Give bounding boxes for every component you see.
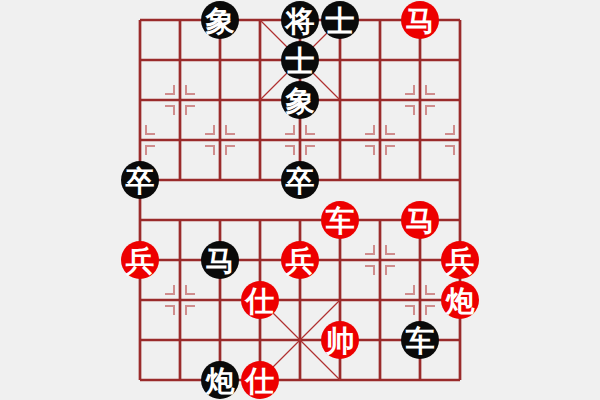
- piece-glyph: 马: [406, 207, 435, 236]
- piece-red-chariot[interactable]: 车: [321, 201, 359, 239]
- piece-glyph: 卒: [286, 167, 315, 196]
- piece-black-chariot[interactable]: 车: [401, 321, 439, 359]
- piece-red-advisor[interactable]: 仕: [241, 281, 279, 319]
- piece-glyph: 士: [286, 47, 315, 76]
- piece-red-soldier[interactable]: 兵: [281, 241, 319, 279]
- board[interactable]: 象将士马士象卒卒车马兵马兵兵仕炮帅车炮仕: [120, 0, 480, 400]
- piece-black-general[interactable]: 将: [281, 1, 319, 39]
- piece-black-cannon[interactable]: 炮: [201, 361, 239, 399]
- piece-glyph: 马: [206, 247, 235, 276]
- piece-glyph: 象: [206, 7, 235, 36]
- piece-glyph: 士: [326, 7, 355, 36]
- piece-red-horse[interactable]: 马: [401, 1, 439, 39]
- piece-black-advisor[interactable]: 士: [281, 41, 319, 79]
- piece-glyph: 马: [406, 7, 435, 36]
- piece-black-advisor[interactable]: 士: [321, 1, 359, 39]
- piece-red-soldier[interactable]: 兵: [441, 241, 479, 279]
- piece-glyph: 兵: [126, 247, 155, 276]
- piece-black-horse[interactable]: 马: [201, 241, 239, 279]
- piece-red-soldier[interactable]: 兵: [121, 241, 159, 279]
- piece-glyph: 象: [286, 87, 315, 116]
- piece-glyph: 车: [406, 327, 435, 356]
- piece-glyph: 仕: [246, 287, 275, 316]
- piece-glyph: 帅: [326, 327, 355, 356]
- piece-glyph: 将: [286, 7, 315, 36]
- piece-glyph: 仕: [246, 367, 275, 396]
- piece-black-elephant[interactable]: 象: [281, 81, 319, 119]
- piece-glyph: 炮: [206, 367, 235, 396]
- piece-glyph: 卒: [126, 167, 155, 196]
- piece-glyph: 兵: [286, 247, 315, 276]
- piece-glyph: 车: [326, 207, 355, 236]
- piece-black-elephant[interactable]: 象: [201, 1, 239, 39]
- piece-glyph: 炮: [446, 287, 475, 316]
- piece-red-advisor[interactable]: 仕: [241, 361, 279, 399]
- piece-black-soldier[interactable]: 卒: [281, 161, 319, 199]
- xiangqi-board-screenshot: 象将士马士象卒卒车马兵马兵兵仕炮帅车炮仕: [0, 0, 600, 400]
- piece-red-general[interactable]: 帅: [321, 321, 359, 359]
- piece-glyph: 兵: [446, 247, 475, 276]
- piece-red-cannon[interactable]: 炮: [441, 281, 479, 319]
- piece-black-soldier[interactable]: 卒: [121, 161, 159, 199]
- piece-red-horse[interactable]: 马: [401, 201, 439, 239]
